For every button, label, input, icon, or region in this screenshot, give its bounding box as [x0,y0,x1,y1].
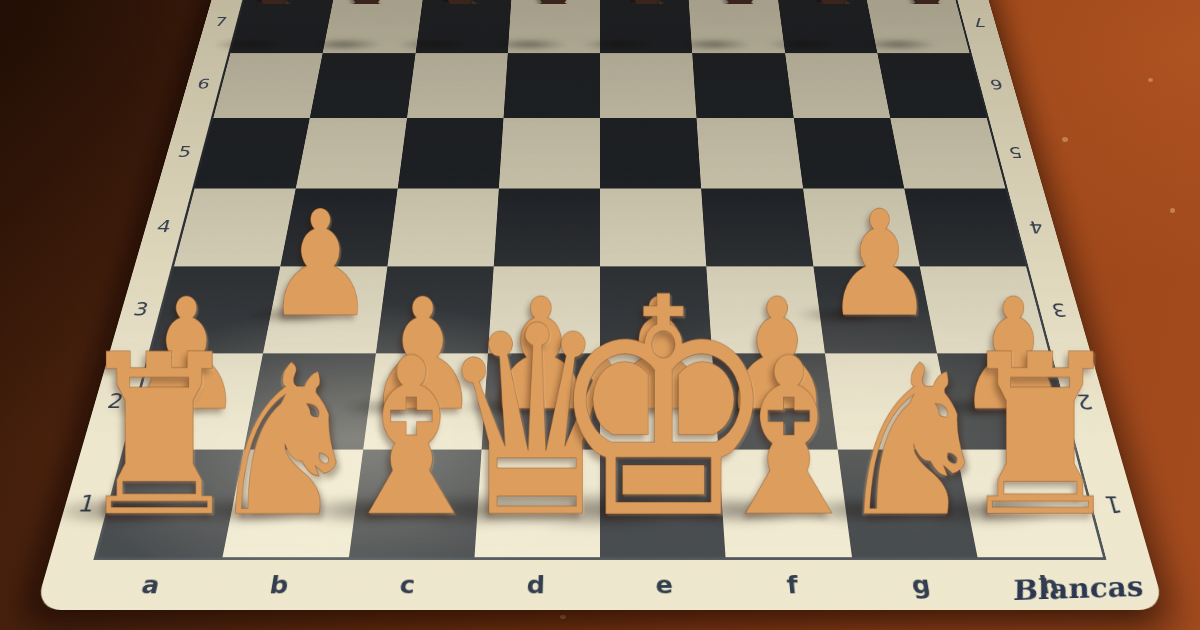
rank-label-1-right: 1 [1088,491,1138,516]
square-d3 [488,267,600,353]
perspective-wrapper: Blancas 1122334455667788abcdefgh♜♞♝♛♚♝♞♜… [0,0,1200,630]
square-g1 [837,449,977,557]
file-label-c: c [341,572,472,599]
square-g7 [777,0,877,53]
square-b4 [280,189,397,267]
rank-label-2-left: 2 [92,390,138,412]
rank-label-6-right: 6 [978,77,1015,92]
square-a1 [97,449,244,557]
file-label-f: f [727,572,858,599]
square-c5 [397,118,503,189]
square-c4 [387,189,499,267]
square-b1 [223,449,363,557]
square-d7 [508,0,600,53]
square-f4 [701,189,813,267]
square-a6 [213,53,322,118]
square-e1 [600,449,726,557]
square-f2 [712,353,837,449]
rank-label-2-right: 2 [1061,390,1107,412]
square-b2 [244,353,375,449]
square-h2 [937,353,1075,449]
square-a4 [174,189,296,267]
square-d6 [503,53,600,118]
square-e5 [600,118,701,189]
square-h6 [877,53,986,118]
square-d2 [481,353,600,449]
file-label-d: d [471,572,600,599]
square-e6 [600,53,697,118]
square-g2 [824,353,955,449]
square-b3 [263,267,387,353]
chess-board: Blancas 1122334455667788abcdefgh♜♞♝♛♚♝♞♜… [35,0,1165,610]
file-label-a: a [83,572,218,599]
square-e2 [600,353,719,449]
square-d4 [493,189,600,267]
rank-label-4-right: 4 [1016,218,1057,236]
rank-label-5-left: 5 [165,144,204,160]
square-c7 [415,0,511,53]
rank-label-5-right: 5 [996,144,1035,160]
square-h1 [956,449,1103,557]
square-d1 [474,449,600,557]
square-d5 [499,118,600,189]
file-label-e: e [600,572,729,599]
square-b5 [296,118,407,189]
rank-label-7-right: 7 [962,15,997,29]
square-g5 [793,118,904,189]
file-label-g: g [855,572,988,599]
square-b6 [310,53,415,118]
square-c2 [363,353,488,449]
file-label-b: b [212,572,345,599]
square-f3 [707,267,825,353]
square-c3 [376,267,494,353]
rank-label-4-left: 4 [143,218,184,236]
square-a3 [151,267,280,353]
square-c1 [348,449,481,557]
rank-label-3-left: 3 [119,299,163,319]
square-f7 [688,0,784,53]
square-e3 [600,267,712,353]
square-h7 [865,0,969,53]
square-h5 [890,118,1005,189]
rank-label-1-left: 1 [62,491,112,516]
square-f5 [697,118,803,189]
square-h3 [920,267,1049,353]
square-f6 [692,53,793,118]
square-g6 [785,53,890,118]
square-a2 [126,353,264,449]
rank-label-7-left: 7 [203,15,238,29]
square-e4 [600,189,707,267]
square-c6 [407,53,508,118]
file-label-h: h [982,572,1117,599]
square-g3 [813,267,937,353]
square-g4 [803,189,920,267]
square-e7 [600,0,692,53]
square-a5 [195,118,310,189]
square-f1 [719,449,852,557]
rank-label-6-left: 6 [185,77,222,92]
rank-label-3-right: 3 [1037,299,1081,319]
square-a7 [230,0,334,53]
board-playing-area [93,0,1106,560]
square-h4 [904,189,1026,267]
square-b7 [323,0,423,53]
photo-scene: Blancas 1122334455667788abcdefgh♜♞♝♛♚♝♞♜… [0,0,1200,630]
